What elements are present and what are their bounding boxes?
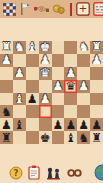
toolbar-divider bbox=[70, 3, 72, 16]
black-pawn: ♟ bbox=[91, 118, 102, 130]
square-g4[interactable] bbox=[13, 80, 26, 93]
square-h4[interactable] bbox=[0, 80, 13, 93]
square-e5[interactable]: ♟ bbox=[39, 93, 52, 106]
black-king: ♚ bbox=[40, 131, 51, 143]
white-pawn: ♟ bbox=[40, 54, 51, 66]
mini-chessboard-icon[interactable] bbox=[3, 3, 16, 16]
square-h5[interactable] bbox=[0, 93, 13, 106]
square-e6[interactable] bbox=[39, 105, 52, 118]
white-pawn: ♟ bbox=[14, 67, 25, 79]
square-h8[interactable]: ♜ bbox=[0, 131, 13, 144]
white-pawn: ♟ bbox=[53, 80, 64, 92]
white-pawn: ♟ bbox=[65, 67, 76, 79]
square-f4[interactable] bbox=[26, 80, 39, 93]
gold-coins-icon[interactable] bbox=[52, 3, 66, 16]
square-d1[interactable] bbox=[52, 41, 65, 54]
square-a7[interactable]: ♟ bbox=[90, 118, 103, 131]
black-bishop: ♝ bbox=[65, 131, 76, 143]
black-knight: ♞ bbox=[78, 131, 89, 143]
square-d6[interactable] bbox=[52, 105, 65, 118]
square-e3[interactable]: ♛ bbox=[39, 67, 52, 80]
square-d8[interactable] bbox=[52, 131, 65, 144]
square-b7[interactable]: ♟ bbox=[77, 118, 90, 131]
move-list-notepad-icon[interactable] bbox=[28, 165, 40, 180]
square-h1[interactable]: ♜ bbox=[0, 41, 13, 54]
square-h6[interactable]: ♞ bbox=[0, 105, 13, 118]
black-knight: ♞ bbox=[1, 105, 12, 117]
square-d4[interactable]: ♟ bbox=[52, 80, 65, 93]
square-f5[interactable]: ♟ bbox=[26, 93, 39, 106]
white-pawn: ♟ bbox=[78, 80, 89, 92]
white-queen: ♛ bbox=[40, 67, 51, 79]
binoculars-icon[interactable] bbox=[67, 167, 82, 179]
black-pawn: ♟ bbox=[27, 93, 38, 105]
white-bishop: ♝ bbox=[27, 41, 38, 53]
white-pawn: ♟ bbox=[91, 54, 102, 66]
square-f2[interactable] bbox=[26, 54, 39, 67]
chess-app: + ♜♞♝♚♞♜♟♟♟♟♛♟♟♛♟♝♟♟♞♟♝♟♟♟♟♜♚♝♞♜ ? bbox=[0, 0, 103, 183]
square-e1[interactable]: ♚ bbox=[39, 41, 52, 54]
square-f3[interactable] bbox=[26, 67, 39, 80]
plus-glyph: + bbox=[79, 3, 87, 14]
square-c4[interactable]: ♛ bbox=[64, 80, 77, 93]
square-d2[interactable] bbox=[52, 54, 65, 67]
square-c8[interactable]: ♝ bbox=[64, 131, 77, 144]
black-pawn: ♟ bbox=[53, 118, 64, 130]
white-king: ♚ bbox=[40, 41, 51, 53]
square-c3[interactable]: ♟ bbox=[64, 67, 77, 80]
black-pawn: ♟ bbox=[65, 118, 76, 130]
new-game-plus-button[interactable]: + bbox=[76, 2, 90, 16]
chess-board: ♜♞♝♚♞♜♟♟♟♟♛♟♟♛♟♝♟♟♞♟♝♟♟♟♟♜♚♝♞♜ bbox=[0, 41, 103, 144]
handshake-draw-icon[interactable] bbox=[34, 3, 49, 16]
square-d5[interactable] bbox=[52, 93, 65, 106]
black-queen: ♛ bbox=[65, 80, 76, 92]
square-g6[interactable] bbox=[13, 105, 26, 118]
square-g1[interactable]: ♞ bbox=[13, 41, 26, 54]
white-bishop: ♝ bbox=[14, 93, 25, 105]
square-e4[interactable] bbox=[39, 80, 52, 93]
square-b4[interactable]: ♟ bbox=[77, 80, 90, 93]
square-b6[interactable] bbox=[77, 105, 90, 118]
square-a2[interactable]: ♟ bbox=[90, 54, 103, 67]
square-e8[interactable]: ♚ bbox=[39, 131, 52, 144]
square-f1[interactable]: ♝ bbox=[26, 41, 39, 54]
white-knight: ♞ bbox=[78, 41, 89, 53]
square-a1[interactable]: ♜ bbox=[90, 41, 103, 54]
black-rook: ♜ bbox=[1, 131, 12, 143]
square-b1[interactable]: ♞ bbox=[77, 41, 90, 54]
white-pawn: ♟ bbox=[1, 54, 12, 66]
square-c6[interactable] bbox=[64, 105, 77, 118]
resign-flag-icon[interactable] bbox=[19, 2, 31, 16]
bottom-icons-row: ? bbox=[9, 165, 82, 180]
square-a3[interactable] bbox=[90, 67, 103, 80]
question-glyph: ? bbox=[14, 168, 19, 178]
square-h2[interactable]: ♟ bbox=[0, 54, 13, 67]
bottom-bar: ? bbox=[0, 144, 103, 183]
square-f8[interactable] bbox=[26, 131, 39, 144]
board-editor-button-selected[interactable] bbox=[93, 2, 103, 16]
square-h7[interactable]: ♟ bbox=[0, 118, 13, 131]
square-c1[interactable] bbox=[64, 41, 77, 54]
white-rook: ♜ bbox=[91, 41, 102, 53]
square-d7[interactable]: ♟ bbox=[52, 118, 65, 131]
black-pawn: ♟ bbox=[1, 118, 12, 130]
black-pawn: ♟ bbox=[78, 118, 89, 130]
square-g5[interactable]: ♝ bbox=[13, 93, 26, 106]
white-pawn: ♟ bbox=[40, 93, 51, 105]
black-bishop: ♝ bbox=[14, 118, 25, 130]
square-a6[interactable] bbox=[90, 105, 103, 118]
square-g7[interactable]: ♝ bbox=[13, 118, 26, 131]
square-b5[interactable] bbox=[77, 93, 90, 106]
white-rook: ♜ bbox=[1, 41, 12, 53]
square-b8[interactable]: ♞ bbox=[77, 131, 90, 144]
square-d3[interactable] bbox=[52, 67, 65, 80]
square-a4[interactable] bbox=[90, 80, 103, 93]
two-players-pieces-icon[interactable] bbox=[45, 166, 62, 180]
white-knight: ♞ bbox=[14, 41, 25, 53]
square-f7[interactable] bbox=[26, 118, 39, 131]
black-rook: ♜ bbox=[91, 131, 102, 143]
square-g8[interactable] bbox=[13, 131, 26, 144]
square-c7[interactable]: ♟ bbox=[64, 118, 77, 131]
square-e2[interactable]: ♟ bbox=[39, 54, 52, 67]
square-h3[interactable] bbox=[0, 67, 13, 80]
square-g3[interactable]: ♟ bbox=[13, 67, 26, 80]
square-b2[interactable] bbox=[77, 54, 90, 67]
help-icon[interactable]: ? bbox=[9, 166, 23, 180]
square-b3[interactable] bbox=[77, 67, 90, 80]
square-c5[interactable] bbox=[64, 93, 77, 106]
globe-icon[interactable] bbox=[94, 164, 103, 181]
square-c2[interactable] bbox=[64, 54, 77, 67]
square-e7[interactable] bbox=[39, 118, 52, 131]
top-toolbar: + bbox=[0, 0, 103, 18]
square-a5[interactable] bbox=[90, 93, 103, 106]
square-a8[interactable]: ♜ bbox=[90, 131, 103, 144]
square-g2[interactable] bbox=[13, 54, 26, 67]
square-f6[interactable] bbox=[26, 105, 39, 118]
